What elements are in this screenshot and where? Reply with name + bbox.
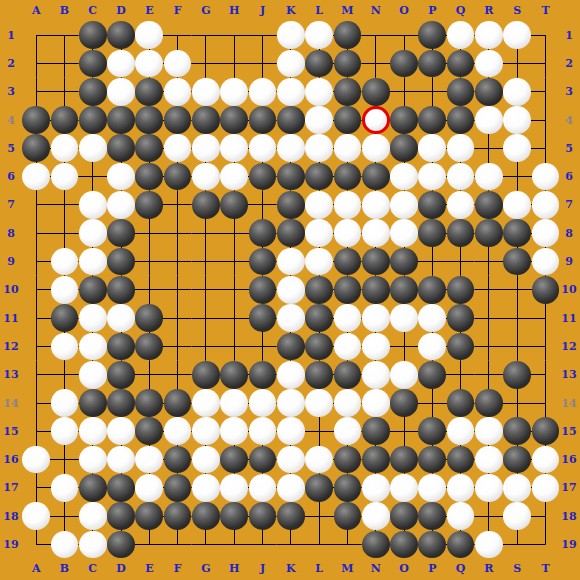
intersection-C10[interactable] [79,276,107,304]
intersection-Q8[interactable] [446,219,474,247]
intersection-C3[interactable] [79,78,107,106]
intersection-R3[interactable] [475,78,503,106]
intersection-H11[interactable] [220,304,248,332]
intersection-J13[interactable] [248,361,276,389]
intersection-S5[interactable] [503,134,531,162]
intersection-S6[interactable] [503,162,531,190]
intersection-L16[interactable] [305,445,333,473]
intersection-B9[interactable] [50,247,78,275]
intersection-R18[interactable] [475,502,503,530]
intersection-A5[interactable] [22,134,50,162]
intersection-G19[interactable] [192,530,220,558]
intersection-C12[interactable] [79,332,107,360]
intersection-A1[interactable] [22,21,50,49]
intersection-G10[interactable] [192,276,220,304]
intersection-A9[interactable] [22,247,50,275]
intersection-B2[interactable] [50,49,78,77]
intersection-R2[interactable] [475,49,503,77]
intersection-Q19[interactable] [446,530,474,558]
intersection-O19[interactable] [390,530,418,558]
intersection-Q17[interactable] [446,474,474,502]
intersection-T7[interactable] [531,191,559,219]
intersection-S14[interactable] [503,389,531,417]
intersection-F9[interactable] [163,247,191,275]
intersection-B15[interactable] [50,417,78,445]
intersection-A14[interactable] [22,389,50,417]
intersection-Q14[interactable] [446,389,474,417]
intersection-S11[interactable] [503,304,531,332]
intersection-H12[interactable] [220,332,248,360]
intersection-K11[interactable] [277,304,305,332]
intersection-P4[interactable] [418,106,446,134]
intersection-P14[interactable] [418,389,446,417]
intersection-E4[interactable] [135,106,163,134]
intersection-P9[interactable] [418,247,446,275]
intersection-K3[interactable] [277,78,305,106]
intersection-Q11[interactable] [446,304,474,332]
intersection-B16[interactable] [50,445,78,473]
intersection-H16[interactable] [220,445,248,473]
intersection-L6[interactable] [305,162,333,190]
intersection-G3[interactable] [192,78,220,106]
intersection-D16[interactable] [107,445,135,473]
intersection-G15[interactable] [192,417,220,445]
intersection-L19[interactable] [305,530,333,558]
intersection-K4[interactable] [277,106,305,134]
intersection-S4[interactable] [503,106,531,134]
intersection-M16[interactable] [333,445,361,473]
intersection-C6[interactable] [79,162,107,190]
intersection-G2[interactable] [192,49,220,77]
intersection-O8[interactable] [390,219,418,247]
intersection-P17[interactable] [418,474,446,502]
intersection-E5[interactable] [135,134,163,162]
intersection-S18[interactable] [503,502,531,530]
intersection-N6[interactable] [362,162,390,190]
intersection-E2[interactable] [135,49,163,77]
intersection-C1[interactable] [79,21,107,49]
intersection-L13[interactable] [305,361,333,389]
intersection-P19[interactable] [418,530,446,558]
intersection-H5[interactable] [220,134,248,162]
intersection-F4[interactable] [163,106,191,134]
intersection-Q5[interactable] [446,134,474,162]
intersection-P2[interactable] [418,49,446,77]
intersection-M8[interactable] [333,219,361,247]
intersection-D12[interactable] [107,332,135,360]
intersection-L3[interactable] [305,78,333,106]
intersection-A17[interactable] [22,474,50,502]
intersection-A18[interactable] [22,502,50,530]
intersection-D4[interactable] [107,106,135,134]
intersection-K1[interactable] [277,21,305,49]
intersection-H6[interactable] [220,162,248,190]
intersection-S8[interactable] [503,219,531,247]
intersection-M1[interactable] [333,21,361,49]
intersection-Q16[interactable] [446,445,474,473]
intersection-A16[interactable] [22,445,50,473]
intersection-E15[interactable] [135,417,163,445]
intersection-R17[interactable] [475,474,503,502]
intersection-M2[interactable] [333,49,361,77]
intersection-N14[interactable] [362,389,390,417]
intersection-H9[interactable] [220,247,248,275]
intersection-C4[interactable] [79,106,107,134]
intersection-E8[interactable] [135,219,163,247]
intersection-S17[interactable] [503,474,531,502]
intersection-L17[interactable] [305,474,333,502]
intersection-R15[interactable] [475,417,503,445]
intersection-F2[interactable] [163,49,191,77]
intersection-P1[interactable] [418,21,446,49]
intersection-H17[interactable] [220,474,248,502]
intersection-K13[interactable] [277,361,305,389]
intersection-O13[interactable] [390,361,418,389]
intersection-D5[interactable] [107,134,135,162]
intersection-L9[interactable] [305,247,333,275]
intersection-R6[interactable] [475,162,503,190]
intersection-Q15[interactable] [446,417,474,445]
intersection-T5[interactable] [531,134,559,162]
intersection-G9[interactable] [192,247,220,275]
intersection-T4[interactable] [531,106,559,134]
intersection-K2[interactable] [277,49,305,77]
intersection-O11[interactable] [390,304,418,332]
intersection-J6[interactable] [248,162,276,190]
intersection-O1[interactable] [390,21,418,49]
intersection-E1[interactable] [135,21,163,49]
intersection-F8[interactable] [163,219,191,247]
intersection-D10[interactable] [107,276,135,304]
intersection-L7[interactable] [305,191,333,219]
intersection-T12[interactable] [531,332,559,360]
intersection-J4[interactable] [248,106,276,134]
intersection-G14[interactable] [192,389,220,417]
intersection-N5[interactable] [362,134,390,162]
intersection-H18[interactable] [220,502,248,530]
intersection-F17[interactable] [163,474,191,502]
intersection-J14[interactable] [248,389,276,417]
intersection-R9[interactable] [475,247,503,275]
intersection-J8[interactable] [248,219,276,247]
intersection-G18[interactable] [192,502,220,530]
intersection-S3[interactable] [503,78,531,106]
intersection-L8[interactable] [305,219,333,247]
intersection-O18[interactable] [390,502,418,530]
intersection-O5[interactable] [390,134,418,162]
intersection-A2[interactable] [22,49,50,77]
intersection-Q4[interactable] [446,106,474,134]
intersection-B18[interactable] [50,502,78,530]
intersection-O2[interactable] [390,49,418,77]
intersection-N8[interactable] [362,219,390,247]
intersection-C7[interactable] [79,191,107,219]
intersection-G11[interactable] [192,304,220,332]
intersection-Q13[interactable] [446,361,474,389]
intersection-B10[interactable] [50,276,78,304]
intersection-E14[interactable] [135,389,163,417]
intersection-G7[interactable] [192,191,220,219]
intersection-H2[interactable] [220,49,248,77]
intersection-K6[interactable] [277,162,305,190]
intersection-N19[interactable] [362,530,390,558]
intersection-T17[interactable] [531,474,559,502]
intersection-J12[interactable] [248,332,276,360]
intersection-D17[interactable] [107,474,135,502]
intersection-F13[interactable] [163,361,191,389]
intersection-N11[interactable] [362,304,390,332]
intersection-N1[interactable] [362,21,390,49]
intersection-K19[interactable] [277,530,305,558]
intersection-E6[interactable] [135,162,163,190]
intersection-A13[interactable] [22,361,50,389]
intersection-F6[interactable] [163,162,191,190]
intersection-G17[interactable] [192,474,220,502]
intersection-A8[interactable] [22,219,50,247]
intersection-P16[interactable] [418,445,446,473]
intersection-J15[interactable] [248,417,276,445]
intersection-L2[interactable] [305,49,333,77]
intersection-F10[interactable] [163,276,191,304]
intersection-C5[interactable] [79,134,107,162]
intersection-H8[interactable] [220,219,248,247]
intersection-C17[interactable] [79,474,107,502]
intersection-R10[interactable] [475,276,503,304]
intersection-H3[interactable] [220,78,248,106]
intersection-A11[interactable] [22,304,50,332]
intersection-B17[interactable] [50,474,78,502]
intersection-D13[interactable] [107,361,135,389]
intersection-B13[interactable] [50,361,78,389]
intersection-Q7[interactable] [446,191,474,219]
intersection-K16[interactable] [277,445,305,473]
intersection-A15[interactable] [22,417,50,445]
intersection-E12[interactable] [135,332,163,360]
intersection-G5[interactable] [192,134,220,162]
intersection-J10[interactable] [248,276,276,304]
intersection-H19[interactable] [220,530,248,558]
intersection-J18[interactable] [248,502,276,530]
intersection-P18[interactable] [418,502,446,530]
intersection-R8[interactable] [475,219,503,247]
intersection-S7[interactable] [503,191,531,219]
intersection-P5[interactable] [418,134,446,162]
intersection-O14[interactable] [390,389,418,417]
intersection-B8[interactable] [50,219,78,247]
intersection-M3[interactable] [333,78,361,106]
intersection-S12[interactable] [503,332,531,360]
intersection-N16[interactable] [362,445,390,473]
intersection-C19[interactable] [79,530,107,558]
intersection-A4[interactable] [22,106,50,134]
intersection-O4[interactable] [390,106,418,134]
intersection-J2[interactable] [248,49,276,77]
intersection-T8[interactable] [531,219,559,247]
intersection-J19[interactable] [248,530,276,558]
intersection-B19[interactable] [50,530,78,558]
intersection-M4[interactable] [333,106,361,134]
intersection-L15[interactable] [305,417,333,445]
intersection-D19[interactable] [107,530,135,558]
intersection-L12[interactable] [305,332,333,360]
intersection-P6[interactable] [418,162,446,190]
intersection-K8[interactable] [277,219,305,247]
intersection-K9[interactable] [277,247,305,275]
intersection-L18[interactable] [305,502,333,530]
intersection-C13[interactable] [79,361,107,389]
intersection-L14[interactable] [305,389,333,417]
intersection-J1[interactable] [248,21,276,49]
intersection-O6[interactable] [390,162,418,190]
intersection-M9[interactable] [333,247,361,275]
intersection-E17[interactable] [135,474,163,502]
intersection-B3[interactable] [50,78,78,106]
intersection-A6[interactable] [22,162,50,190]
intersection-R7[interactable] [475,191,503,219]
intersection-T9[interactable] [531,247,559,275]
intersection-L5[interactable] [305,134,333,162]
intersection-O15[interactable] [390,417,418,445]
intersection-T2[interactable] [531,49,559,77]
intersection-K15[interactable] [277,417,305,445]
intersection-N18[interactable] [362,502,390,530]
intersection-R5[interactable] [475,134,503,162]
intersection-M13[interactable] [333,361,361,389]
intersection-N10[interactable] [362,276,390,304]
intersection-B7[interactable] [50,191,78,219]
intersection-O9[interactable] [390,247,418,275]
intersection-D15[interactable] [107,417,135,445]
intersection-N12[interactable] [362,332,390,360]
intersection-B12[interactable] [50,332,78,360]
intersection-C8[interactable] [79,219,107,247]
intersection-N7[interactable] [362,191,390,219]
intersection-N3[interactable] [362,78,390,106]
intersection-D1[interactable] [107,21,135,49]
intersection-Q2[interactable] [446,49,474,77]
intersection-G12[interactable] [192,332,220,360]
intersection-G1[interactable] [192,21,220,49]
intersection-M19[interactable] [333,530,361,558]
intersection-T15[interactable] [531,417,559,445]
intersection-F1[interactable] [163,21,191,49]
intersection-K5[interactable] [277,134,305,162]
intersection-P15[interactable] [418,417,446,445]
intersection-N4[interactable] [362,106,390,134]
intersection-C18[interactable] [79,502,107,530]
intersection-C16[interactable] [79,445,107,473]
intersection-H14[interactable] [220,389,248,417]
intersection-M18[interactable] [333,502,361,530]
intersection-C9[interactable] [79,247,107,275]
intersection-M11[interactable] [333,304,361,332]
intersection-G16[interactable] [192,445,220,473]
intersection-Q10[interactable] [446,276,474,304]
intersection-E11[interactable] [135,304,163,332]
intersection-M12[interactable] [333,332,361,360]
intersection-O17[interactable] [390,474,418,502]
intersection-B5[interactable] [50,134,78,162]
intersection-P13[interactable] [418,361,446,389]
intersection-K14[interactable] [277,389,305,417]
intersection-N2[interactable] [362,49,390,77]
intersection-A3[interactable] [22,78,50,106]
intersection-M15[interactable] [333,417,361,445]
intersection-N15[interactable] [362,417,390,445]
intersection-F3[interactable] [163,78,191,106]
intersection-C11[interactable] [79,304,107,332]
intersection-A19[interactable] [22,530,50,558]
intersection-S13[interactable] [503,361,531,389]
intersection-C15[interactable] [79,417,107,445]
intersection-O10[interactable] [390,276,418,304]
intersection-Q9[interactable] [446,247,474,275]
intersection-F11[interactable] [163,304,191,332]
intersection-D9[interactable] [107,247,135,275]
intersection-M17[interactable] [333,474,361,502]
intersection-G6[interactable] [192,162,220,190]
intersection-D3[interactable] [107,78,135,106]
intersection-T3[interactable] [531,78,559,106]
intersection-B11[interactable] [50,304,78,332]
intersection-E9[interactable] [135,247,163,275]
intersection-T1[interactable] [531,21,559,49]
intersection-P12[interactable] [418,332,446,360]
intersection-M10[interactable] [333,276,361,304]
intersection-L11[interactable] [305,304,333,332]
intersection-E18[interactable] [135,502,163,530]
intersection-F14[interactable] [163,389,191,417]
intersection-S2[interactable] [503,49,531,77]
intersection-Q12[interactable] [446,332,474,360]
intersection-K10[interactable] [277,276,305,304]
intersection-M7[interactable] [333,191,361,219]
intersection-L1[interactable] [305,21,333,49]
intersection-P8[interactable] [418,219,446,247]
intersection-J9[interactable] [248,247,276,275]
intersection-T14[interactable] [531,389,559,417]
intersection-R14[interactable] [475,389,503,417]
intersection-R12[interactable] [475,332,503,360]
intersection-R16[interactable] [475,445,503,473]
intersection-E19[interactable] [135,530,163,558]
intersection-H13[interactable] [220,361,248,389]
intersection-K18[interactable] [277,502,305,530]
intersection-T18[interactable] [531,502,559,530]
intersection-H10[interactable] [220,276,248,304]
intersection-T16[interactable] [531,445,559,473]
intersection-M6[interactable] [333,162,361,190]
intersection-A12[interactable] [22,332,50,360]
intersection-K17[interactable] [277,474,305,502]
intersection-O7[interactable] [390,191,418,219]
intersection-T10[interactable] [531,276,559,304]
intersection-Q18[interactable] [446,502,474,530]
intersection-T13[interactable] [531,361,559,389]
intersection-J11[interactable] [248,304,276,332]
intersection-D11[interactable] [107,304,135,332]
intersection-S9[interactable] [503,247,531,275]
intersection-K7[interactable] [277,191,305,219]
intersection-E16[interactable] [135,445,163,473]
board[interactable] [22,21,560,559]
intersection-S16[interactable] [503,445,531,473]
intersection-B6[interactable] [50,162,78,190]
intersection-G8[interactable] [192,219,220,247]
intersection-D18[interactable] [107,502,135,530]
intersection-J7[interactable] [248,191,276,219]
intersection-O16[interactable] [390,445,418,473]
